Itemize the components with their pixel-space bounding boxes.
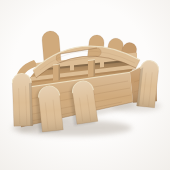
photo-canvas <box>0 0 170 170</box>
caddy <box>12 30 161 136</box>
partition-1-side-shade <box>59 64 61 80</box>
partition-2-side-shade <box>94 60 96 77</box>
back-row-divider-1 <box>70 64 74 71</box>
left-corner-slat <box>12 73 33 126</box>
wooden-caddy-illustration <box>0 0 170 170</box>
back-row-divider-2 <box>100 61 104 68</box>
